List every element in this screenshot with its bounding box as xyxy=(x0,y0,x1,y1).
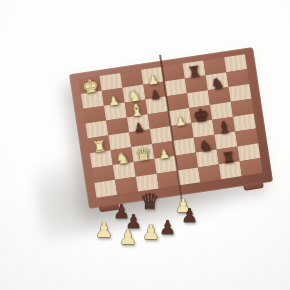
chess-set-photo: ♚♟♜♟♞♟♞♝♟♟♚♜♝♞♛♟♞♜ ♟♟♟♟♟♛♟♟♟ xyxy=(0,0,290,290)
captured-black-pawn-piece: ♟ xyxy=(125,212,142,231)
captured-black-pawn-piece: ♟ xyxy=(159,218,176,237)
captured-white-pawn-piece: ♟ xyxy=(95,220,113,240)
captured-pieces: ♟♟♟♟♟♛♟♟♟ xyxy=(0,0,290,290)
captured-black-pawn-piece: ♟ xyxy=(181,206,198,225)
captured-black-queen-piece: ♛ xyxy=(140,191,160,213)
captured-white-pawn-piece: ♟ xyxy=(142,222,160,242)
